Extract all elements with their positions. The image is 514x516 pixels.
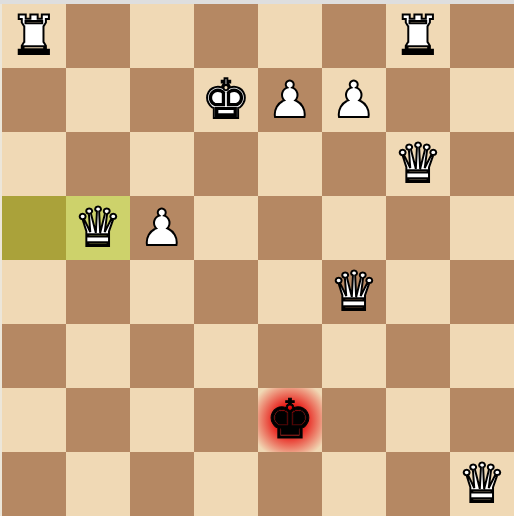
square-b2[interactable] [66, 388, 130, 452]
square-a6[interactable] [2, 132, 66, 196]
square-a5[interactable] [2, 196, 66, 260]
square-e1[interactable] [258, 452, 322, 516]
square-a1[interactable] [2, 452, 66, 516]
square-e8[interactable] [258, 4, 322, 68]
square-h8[interactable] [450, 4, 514, 68]
square-g8[interactable]: ♜ [386, 4, 450, 68]
square-d4[interactable] [194, 260, 258, 324]
white-pawn-e7[interactable]: ♟ [258, 68, 322, 132]
square-b5[interactable]: ♛ [66, 196, 130, 260]
square-d8[interactable] [194, 4, 258, 68]
square-g1[interactable] [386, 452, 450, 516]
square-e2[interactable]: ♚ [258, 388, 322, 452]
square-h4[interactable] [450, 260, 514, 324]
square-d5[interactable] [194, 196, 258, 260]
square-a2[interactable] [2, 388, 66, 452]
square-d3[interactable] [194, 324, 258, 388]
chess-board: ♜♜♚♟♟♛♛♟♛♚♛ [2, 4, 514, 516]
square-b1[interactable] [66, 452, 130, 516]
square-b8[interactable] [66, 4, 130, 68]
square-g5[interactable] [386, 196, 450, 260]
square-h6[interactable] [450, 132, 514, 196]
square-a4[interactable] [2, 260, 66, 324]
square-c3[interactable] [130, 324, 194, 388]
square-c5[interactable]: ♟ [130, 196, 194, 260]
square-f1[interactable] [322, 452, 386, 516]
square-a7[interactable] [2, 68, 66, 132]
square-f3[interactable] [322, 324, 386, 388]
square-d2[interactable] [194, 388, 258, 452]
square-e3[interactable] [258, 324, 322, 388]
square-g7[interactable] [386, 68, 450, 132]
square-h2[interactable] [450, 388, 514, 452]
square-c7[interactable] [130, 68, 194, 132]
square-h1[interactable]: ♛ [450, 452, 514, 516]
square-g3[interactable] [386, 324, 450, 388]
square-g6[interactable]: ♛ [386, 132, 450, 196]
square-e5[interactable] [258, 196, 322, 260]
square-f4[interactable]: ♛ [322, 260, 386, 324]
page: ♜♜♚♟♟♛♛♟♛♚♛ [0, 0, 514, 516]
square-d1[interactable] [194, 452, 258, 516]
square-f8[interactable] [322, 4, 386, 68]
square-c8[interactable] [130, 4, 194, 68]
square-a3[interactable] [2, 324, 66, 388]
square-f7[interactable]: ♟ [322, 68, 386, 132]
square-h5[interactable] [450, 196, 514, 260]
white-queen-g6[interactable]: ♛ [386, 132, 450, 196]
square-f2[interactable] [322, 388, 386, 452]
square-b4[interactable] [66, 260, 130, 324]
square-e4[interactable] [258, 260, 322, 324]
white-queen-h1[interactable]: ♛ [450, 452, 514, 516]
square-e7[interactable]: ♟ [258, 68, 322, 132]
white-rook-g8[interactable]: ♜ [386, 4, 450, 68]
square-g4[interactable] [386, 260, 450, 324]
white-pawn-f7[interactable]: ♟ [322, 68, 386, 132]
white-king-d7[interactable]: ♚ [194, 68, 258, 132]
white-queen-f4[interactable]: ♛ [322, 260, 386, 324]
square-c2[interactable] [130, 388, 194, 452]
square-f5[interactable] [322, 196, 386, 260]
white-pawn-c5[interactable]: ♟ [130, 196, 194, 260]
black-king-e2[interactable]: ♚ [258, 388, 322, 452]
square-b6[interactable] [66, 132, 130, 196]
square-g2[interactable] [386, 388, 450, 452]
square-d7[interactable]: ♚ [194, 68, 258, 132]
square-h3[interactable] [450, 324, 514, 388]
square-a8[interactable]: ♜ [2, 4, 66, 68]
square-c6[interactable] [130, 132, 194, 196]
square-f6[interactable] [322, 132, 386, 196]
square-e6[interactable] [258, 132, 322, 196]
square-h7[interactable] [450, 68, 514, 132]
square-d6[interactable] [194, 132, 258, 196]
square-c4[interactable] [130, 260, 194, 324]
white-queen-b5[interactable]: ♛ [66, 196, 130, 260]
white-rook-a8[interactable]: ♜ [2, 4, 66, 68]
square-c1[interactable] [130, 452, 194, 516]
square-b3[interactable] [66, 324, 130, 388]
square-b7[interactable] [66, 68, 130, 132]
